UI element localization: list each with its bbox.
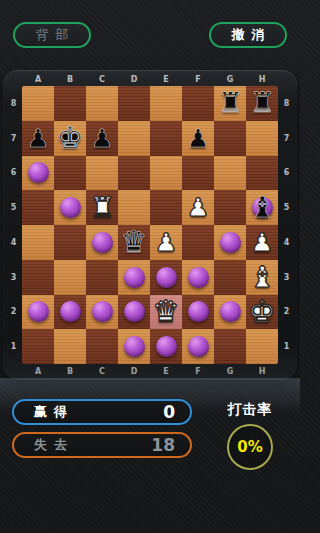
- square-d1[interactable]: [118, 329, 150, 364]
- square-d8[interactable]: [118, 86, 150, 121]
- white-pawn[interactable]: ♟: [155, 230, 177, 255]
- square-d4[interactable]: ♛: [118, 225, 150, 260]
- coord-label: 5: [279, 190, 294, 225]
- square-c2[interactable]: [86, 295, 118, 330]
- target-dot[interactable]: [92, 232, 113, 253]
- black-bishop[interactable]: ♝: [249, 193, 275, 222]
- white-rook[interactable]: ♜: [89, 194, 114, 222]
- square-e2[interactable]: ♛: [150, 295, 182, 330]
- square-h3[interactable]: ♝: [246, 260, 278, 295]
- lost-label: 失去: [34, 436, 74, 454]
- won-label: 赢得: [34, 403, 74, 421]
- square-g1[interactable]: [214, 329, 246, 364]
- coord-label: 4: [279, 225, 294, 260]
- coord-label: E: [150, 72, 182, 86]
- square-g7[interactable]: [214, 121, 246, 156]
- square-c4[interactable]: [86, 225, 118, 260]
- square-a4[interactable]: [22, 225, 54, 260]
- black-king[interactable]: ♚: [57, 123, 84, 153]
- square-c5[interactable]: ♜: [86, 190, 118, 225]
- square-a6[interactable]: [22, 156, 54, 191]
- coord-label: D: [118, 72, 150, 86]
- black-pawn[interactable]: ♟: [27, 126, 49, 151]
- coord-label: B: [54, 364, 86, 378]
- coord-label: 8: [6, 86, 21, 121]
- square-b7[interactable]: ♚: [54, 121, 86, 156]
- coord-label: A: [22, 72, 54, 86]
- square-b1[interactable]: [54, 329, 86, 364]
- coord-label: A: [22, 364, 54, 378]
- target-dot[interactable]: [28, 162, 49, 183]
- square-h4[interactable]: ♟: [246, 225, 278, 260]
- white-queen[interactable]: ♛: [153, 297, 180, 327]
- coord-label: 5: [6, 190, 21, 225]
- square-f6[interactable]: [182, 156, 214, 191]
- square-g8[interactable]: ♜: [214, 86, 246, 121]
- coord-label: 3: [279, 260, 294, 295]
- rank-labels-right: 87654321: [279, 86, 294, 364]
- coord-label: B: [54, 72, 86, 86]
- coord-label: H: [246, 72, 278, 86]
- coord-label: 1: [279, 329, 294, 364]
- square-e5[interactable]: [150, 190, 182, 225]
- square-e8[interactable]: [150, 86, 182, 121]
- square-e3[interactable]: [150, 260, 182, 295]
- target-dot[interactable]: [124, 301, 145, 322]
- square-d5[interactable]: [118, 190, 150, 225]
- square-h2[interactable]: ♚: [246, 295, 278, 330]
- target-dot[interactable]: [220, 232, 241, 253]
- target-dot[interactable]: [156, 336, 177, 357]
- file-labels-top: ABCDEFGH: [22, 72, 278, 86]
- back-button[interactable]: 背部: [13, 22, 91, 48]
- square-b3[interactable]: [54, 260, 86, 295]
- square-f1[interactable]: [182, 329, 214, 364]
- square-g2[interactable]: [214, 295, 246, 330]
- square-d6[interactable]: [118, 156, 150, 191]
- coord-label: 2: [279, 295, 294, 330]
- black-queen[interactable]: ♛: [121, 227, 148, 257]
- square-a8[interactable]: [22, 86, 54, 121]
- square-c6[interactable]: [86, 156, 118, 191]
- square-g6[interactable]: [214, 156, 246, 191]
- coord-label: 6: [6, 156, 21, 191]
- coord-label: G: [214, 72, 246, 86]
- coord-label: C: [86, 364, 118, 378]
- coord-label: F: [182, 72, 214, 86]
- target-dot[interactable]: [60, 301, 81, 322]
- target-dot[interactable]: [188, 301, 209, 322]
- square-g3[interactable]: [214, 260, 246, 295]
- square-b8[interactable]: [54, 86, 86, 121]
- lost-stat: 失去 18: [12, 432, 192, 458]
- black-pawn[interactable]: ♟: [91, 126, 113, 151]
- square-h1[interactable]: [246, 329, 278, 364]
- white-pawn[interactable]: ♟: [251, 230, 273, 255]
- coord-label: 1: [6, 329, 21, 364]
- target-dot[interactable]: [188, 267, 209, 288]
- square-a7[interactable]: ♟: [22, 121, 54, 156]
- coord-label: F: [182, 364, 214, 378]
- coord-label: E: [150, 364, 182, 378]
- won-value: 0: [163, 402, 175, 422]
- undo-button[interactable]: 撤消: [209, 22, 287, 48]
- top-bar: 背部 撤消: [0, 22, 300, 50]
- coord-label: 4: [6, 225, 21, 260]
- square-e4[interactable]: ♟: [150, 225, 182, 260]
- square-d3[interactable]: [118, 260, 150, 295]
- lost-value: 18: [151, 435, 175, 455]
- square-b6[interactable]: [54, 156, 86, 191]
- coord-label: 6: [279, 156, 294, 191]
- square-d7[interactable]: [118, 121, 150, 156]
- square-a1[interactable]: [22, 329, 54, 364]
- target-dot[interactable]: [220, 301, 241, 322]
- square-c3[interactable]: [86, 260, 118, 295]
- coord-label: 7: [6, 121, 21, 156]
- square-h6[interactable]: [246, 156, 278, 191]
- square-a2[interactable]: [22, 295, 54, 330]
- square-h8[interactable]: ♜: [246, 86, 278, 121]
- square-c8[interactable]: [86, 86, 118, 121]
- square-e6[interactable]: [150, 156, 182, 191]
- hit-rate-value: 0%: [237, 438, 262, 456]
- black-pawn[interactable]: ♟: [187, 126, 209, 151]
- target-dot[interactable]: [124, 267, 145, 288]
- file-labels-bottom: ABCDEFGH: [22, 364, 278, 378]
- coord-label: D: [118, 364, 150, 378]
- hit-rate-panel: 打击率 0%: [214, 401, 286, 470]
- square-f7[interactable]: ♟: [182, 121, 214, 156]
- square-g5[interactable]: [214, 190, 246, 225]
- coord-label: 3: [6, 260, 21, 295]
- hit-rate-badge: 0%: [227, 424, 273, 470]
- target-dot[interactable]: [60, 197, 81, 218]
- rank-labels-left: 87654321: [6, 86, 21, 364]
- square-c1[interactable]: [86, 329, 118, 364]
- board-grid: ♜♜♟♚♟♟♜♟♝♛♟♟♝♛♚: [22, 86, 278, 364]
- coord-label: G: [214, 364, 246, 378]
- target-dot[interactable]: [124, 336, 145, 357]
- square-h7[interactable]: [246, 121, 278, 156]
- white-bishop[interactable]: ♝: [249, 263, 275, 292]
- coord-label: 7: [279, 121, 294, 156]
- won-stat: 赢得 0: [12, 399, 192, 425]
- square-a5[interactable]: [22, 190, 54, 225]
- target-dot[interactable]: [188, 336, 209, 357]
- square-b4[interactable]: [54, 225, 86, 260]
- square-d2[interactable]: [118, 295, 150, 330]
- square-c7[interactable]: ♟: [86, 121, 118, 156]
- black-rook[interactable]: ♜: [249, 89, 274, 117]
- square-f3[interactable]: [182, 260, 214, 295]
- square-f4[interactable]: [182, 225, 214, 260]
- coord-label: 2: [6, 295, 21, 330]
- square-b2[interactable]: [54, 295, 86, 330]
- target-dot[interactable]: [156, 267, 177, 288]
- square-f2[interactable]: [182, 295, 214, 330]
- square-h5[interactable]: ♝: [246, 190, 278, 225]
- target-dot[interactable]: [92, 301, 113, 322]
- black-rook[interactable]: ♜: [217, 89, 242, 117]
- stats-panel: 赢得 0 失去 18: [12, 399, 192, 465]
- chess-board-frame: ABCDEFGH ABCDEFGH 87654321 87654321 ♜♜♟♚…: [3, 70, 297, 380]
- square-e1[interactable]: [150, 329, 182, 364]
- square-a3[interactable]: [22, 260, 54, 295]
- hit-rate-label: 打击率: [214, 401, 286, 419]
- square-e7[interactable]: [150, 121, 182, 156]
- square-g4[interactable]: [214, 225, 246, 260]
- white-king[interactable]: ♚: [249, 297, 276, 327]
- square-f5[interactable]: ♟: [182, 190, 214, 225]
- square-f8[interactable]: [182, 86, 214, 121]
- square-b5[interactable]: [54, 190, 86, 225]
- coord-label: H: [246, 364, 278, 378]
- target-dot[interactable]: [28, 301, 49, 322]
- white-pawn[interactable]: ♟: [187, 195, 209, 220]
- coord-label: C: [86, 72, 118, 86]
- coord-label: 8: [279, 86, 294, 121]
